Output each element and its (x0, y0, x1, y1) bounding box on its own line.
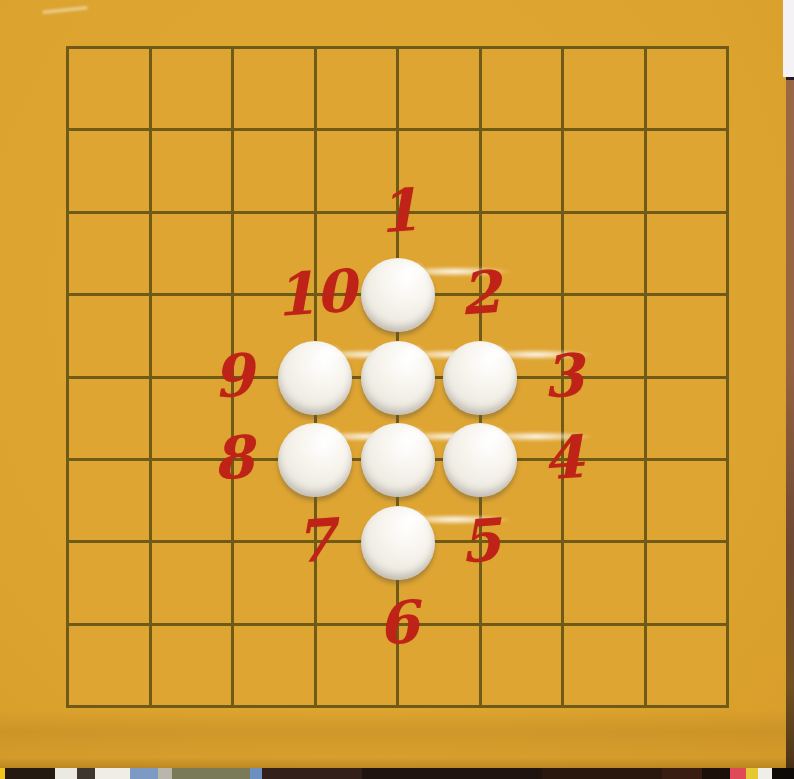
board-cell[interactable] (234, 131, 314, 210)
table-edge-strip (786, 77, 794, 768)
go-liberties-diagram: 12345678910 (0, 0, 794, 779)
board-cell[interactable] (564, 543, 644, 622)
board-cell[interactable] (69, 214, 149, 293)
liberty-number: 7 (293, 510, 337, 571)
background-corner (783, 0, 794, 77)
board-scratch-mark (42, 6, 88, 15)
bottom-fragment (5, 768, 55, 779)
bottom-fragment (262, 768, 362, 779)
white-stone[interactable] (361, 506, 435, 580)
white-stone[interactable] (278, 341, 352, 415)
board-cell[interactable] (69, 543, 149, 622)
white-stone[interactable] (361, 423, 435, 497)
board-cell[interactable] (399, 49, 479, 128)
board-cell[interactable] (564, 214, 644, 293)
board-cell[interactable] (647, 296, 727, 375)
board-cell[interactable] (564, 49, 644, 128)
liberty-number: 5 (458, 510, 502, 571)
liberty-number: 10 (273, 262, 358, 325)
board-cell[interactable] (317, 49, 397, 128)
board-bottom-shade (0, 755, 794, 768)
board-cell[interactable] (152, 543, 232, 622)
board-cell[interactable] (482, 49, 562, 128)
board-bottom-bevel (0, 710, 786, 756)
bottom-fragment (250, 768, 262, 779)
bottom-fragment (772, 768, 794, 779)
cropped-bottom-row (0, 768, 794, 779)
board-cell[interactable] (152, 214, 232, 293)
bottom-fragment (362, 768, 542, 779)
bottom-fragment (730, 768, 746, 779)
liberty-number: 4 (540, 428, 584, 489)
bottom-fragment (95, 768, 130, 779)
board-cell[interactable] (69, 379, 149, 458)
white-stone[interactable] (443, 423, 517, 497)
board-cell[interactable] (482, 626, 562, 705)
board-cell[interactable] (234, 626, 314, 705)
bottom-fragment (130, 768, 158, 779)
board-cell[interactable] (234, 49, 314, 128)
board-cell[interactable] (69, 49, 149, 128)
board-cell[interactable] (647, 626, 727, 705)
board-cell[interactable] (152, 131, 232, 210)
bottom-fragment (662, 768, 702, 779)
liberty-number: 9 (210, 345, 254, 406)
bottom-fragment (746, 768, 758, 779)
bottom-fragment (158, 768, 172, 779)
board-cell[interactable] (564, 626, 644, 705)
board-cell[interactable] (647, 379, 727, 458)
bottom-fragment (55, 768, 77, 779)
bottom-fragment (702, 768, 730, 779)
bottom-fragment (172, 768, 250, 779)
liberty-number: 3 (540, 345, 584, 406)
board-cell[interactable] (482, 131, 562, 210)
board-cell[interactable] (152, 49, 232, 128)
bottom-fragment (542, 768, 662, 779)
board-cell[interactable] (647, 543, 727, 622)
liberty-number: 2 (458, 263, 502, 324)
bottom-fragment (758, 768, 772, 779)
board-cell[interactable] (69, 461, 149, 540)
board-cell[interactable] (152, 626, 232, 705)
board-cell[interactable] (647, 214, 727, 293)
white-stone[interactable] (278, 423, 352, 497)
white-stone[interactable] (361, 258, 435, 332)
white-stone[interactable] (361, 341, 435, 415)
liberty-number: 1 (375, 180, 419, 241)
board-cell[interactable] (69, 626, 149, 705)
board-cell[interactable] (564, 131, 644, 210)
liberty-number: 6 (375, 593, 419, 654)
liberty-number: 8 (210, 428, 254, 489)
board-cell[interactable] (647, 131, 727, 210)
board-cell[interactable] (69, 296, 149, 375)
bottom-fragment (77, 768, 95, 779)
board-cell[interactable] (647, 49, 727, 128)
white-stone[interactable] (443, 341, 517, 415)
board-cell[interactable] (69, 131, 149, 210)
board-cell[interactable] (647, 461, 727, 540)
